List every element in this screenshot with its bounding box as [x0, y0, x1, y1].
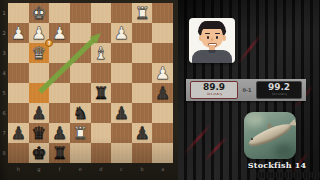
black-rook-d5[interactable]: ♜ [93, 84, 108, 101]
rank-label-2: 2 [0, 23, 8, 43]
square-f8[interactable]: ♜ [49, 143, 70, 163]
square-h8[interactable] [8, 143, 29, 163]
square-d8[interactable] [91, 143, 112, 163]
square-h3[interactable] [8, 43, 29, 63]
white-rook-e7[interactable]: ♜ [73, 124, 88, 141]
black-pawn-h7[interactable]: ♟ [11, 124, 26, 141]
rank-label-5: 5 [0, 83, 8, 103]
square-b7[interactable]: ♟ [132, 123, 153, 143]
white-pawn-g2[interactable]: ♟ [31, 24, 46, 41]
square-d6[interactable] [91, 103, 112, 123]
black-queen-g7[interactable]: ♛ [31, 124, 46, 141]
rank-label-4: 4 [0, 63, 8, 83]
square-a6[interactable] [152, 103, 173, 123]
square-c2[interactable]: ♟ [111, 23, 132, 43]
file-label-e: e [70, 163, 91, 174]
white-pawn-h2[interactable]: ♟ [11, 24, 26, 41]
square-d3[interactable]: ♝ [91, 43, 112, 63]
square-a3[interactable] [152, 43, 173, 63]
engine-accuracy-value: 99.2 [268, 83, 290, 92]
file-labels: hgfedcba [8, 163, 173, 174]
square-f5[interactable] [49, 83, 70, 103]
square-c4[interactable] [111, 63, 132, 83]
square-h6[interactable] [8, 103, 29, 123]
engine-accuracy-box: 99.2 Accuracy [256, 81, 302, 99]
file-label-a: a [152, 163, 173, 174]
player-accuracy-label: Accuracy [206, 93, 222, 96]
square-b2[interactable] [132, 23, 153, 43]
square-e7[interactable]: ♜ [70, 123, 91, 143]
square-f3[interactable] [49, 43, 70, 63]
square-c6[interactable]: ♟ [111, 103, 132, 123]
square-d5[interactable]: ♜ [91, 83, 112, 103]
file-label-c: c [111, 163, 132, 174]
square-b8[interactable] [132, 143, 153, 163]
square-h5[interactable] [8, 83, 29, 103]
square-c8[interactable] [111, 143, 132, 163]
square-d7[interactable] [91, 123, 112, 143]
avatar-hair-fringe [200, 21, 224, 29]
file-label-h: h [8, 163, 29, 174]
square-c3[interactable] [111, 43, 132, 63]
square-f4[interactable] [49, 63, 70, 83]
rank-label-6: 6 [0, 103, 8, 123]
square-g8[interactable]: ♚ [29, 143, 50, 163]
square-b1[interactable]: ♜ [132, 3, 153, 23]
file-label-d: d [91, 163, 112, 174]
square-e2[interactable] [70, 23, 91, 43]
square-e1[interactable] [70, 3, 91, 23]
black-king-g8[interactable]: ♚ [31, 144, 46, 161]
red-accent-streak [237, 33, 262, 64]
square-a5[interactable]: ♟ [152, 83, 173, 103]
info-pane: 89.9 Accuracy 0-1 99.2 Accuracy Stockfis… [178, 0, 320, 180]
player-avatar [189, 18, 235, 63]
square-g5[interactable] [29, 83, 50, 103]
black-pawn-a5[interactable]: ♟ [155, 84, 170, 101]
square-f1[interactable] [49, 3, 70, 23]
square-a4[interactable]: ♟ [152, 63, 173, 83]
square-e6[interactable]: ♞ [70, 103, 91, 123]
white-pawn-a4[interactable]: ♟ [155, 64, 170, 81]
accuracy-scoreboard: 89.9 Accuracy 0-1 99.2 Accuracy [186, 79, 306, 101]
white-pawn-c2[interactable]: ♟ [114, 24, 129, 41]
square-f6[interactable] [49, 103, 70, 123]
file-label-f: f [49, 163, 70, 174]
square-b4[interactable] [132, 63, 153, 83]
square-h1[interactable] [8, 3, 29, 23]
square-e8[interactable] [70, 143, 91, 163]
board-pane: 12345678 ♚♜♟♟♟♟♛♝♟♜♟♟♞♟♟♛♟♜♟♚♜ ? hgfedcb… [0, 0, 178, 180]
rank-label-3: 3 [0, 43, 8, 63]
avatar-eyebrow [205, 33, 211, 35]
engine-name: Stockfish 14 [227, 160, 320, 170]
square-e4[interactable] [70, 63, 91, 83]
rank-labels: 12345678 [0, 3, 8, 163]
square-h2[interactable]: ♟ [8, 23, 29, 43]
white-king-g1[interactable]: ♚ [31, 4, 46, 21]
white-bishop-d3[interactable]: ♝ [93, 44, 108, 61]
square-h7[interactable]: ♟ [8, 123, 29, 143]
square-e5[interactable] [70, 83, 91, 103]
engine-accuracy-label: Accuracy [271, 93, 287, 96]
square-a2[interactable] [152, 23, 173, 43]
square-b6[interactable] [132, 103, 153, 123]
file-label-b: b [132, 163, 153, 174]
square-g1[interactable]: ♚ [29, 3, 50, 23]
white-queen-g3[interactable]: ♛ [31, 44, 46, 61]
black-pawn-f7[interactable]: ♟ [52, 124, 67, 141]
watermark-strip [256, 172, 320, 178]
black-rook-f8[interactable]: ♜ [52, 144, 67, 161]
square-e3[interactable] [70, 43, 91, 63]
red-accent-streak [182, 123, 212, 156]
square-d4[interactable] [91, 63, 112, 83]
player-accuracy-value: 89.9 [203, 83, 225, 92]
water-highlight [246, 114, 264, 126]
rank-label-1: 1 [0, 3, 8, 23]
square-f7[interactable]: ♟ [49, 123, 70, 143]
chess-analysis-screen: 12345678 ♚♜♟♟♟♟♛♝♟♜♟♟♞♟♟♛♟♜♟♚♜ ? hgfedcb… [0, 0, 320, 180]
square-d1[interactable] [91, 3, 112, 23]
square-g6[interactable]: ♟ [29, 103, 50, 123]
white-rook-b1[interactable]: ♜ [134, 4, 149, 21]
square-g4[interactable] [29, 63, 50, 83]
square-c5[interactable] [111, 83, 132, 103]
black-pawn-g6[interactable]: ♟ [31, 104, 46, 121]
white-pawn-f2[interactable]: ♟ [52, 24, 67, 41]
black-knight-e6[interactable]: ♞ [73, 104, 88, 121]
black-pawn-c6[interactable]: ♟ [114, 104, 129, 121]
game-result: 0-1 [238, 87, 256, 93]
square-d2[interactable] [91, 23, 112, 43]
square-c7[interactable] [111, 123, 132, 143]
rank-label-8: 8 [0, 143, 8, 163]
black-pawn-b7[interactable]: ♟ [134, 124, 149, 141]
avatar-eye [207, 36, 209, 39]
stockfish-app-icon [244, 112, 296, 159]
water-shadow [274, 144, 294, 158]
red-accent-streak [203, 136, 228, 163]
square-a8[interactable] [152, 143, 173, 163]
rank-label-7: 7 [0, 123, 8, 143]
chess-board[interactable]: ♚♜♟♟♟♟♛♝♟♜♟♟♞♟♟♛♟♜♟♚♜ [8, 3, 173, 163]
player-accuracy-box: 89.9 Accuracy [190, 81, 238, 99]
square-a7[interactable] [152, 123, 173, 143]
square-b3[interactable] [132, 43, 153, 63]
square-b5[interactable] [132, 83, 153, 103]
square-c1[interactable] [111, 3, 132, 23]
square-h4[interactable] [8, 63, 29, 83]
avatar-eyebrow [215, 33, 221, 35]
square-a1[interactable] [152, 3, 173, 23]
file-label-g: g [29, 163, 50, 174]
square-g7[interactable]: ♛ [29, 123, 50, 143]
